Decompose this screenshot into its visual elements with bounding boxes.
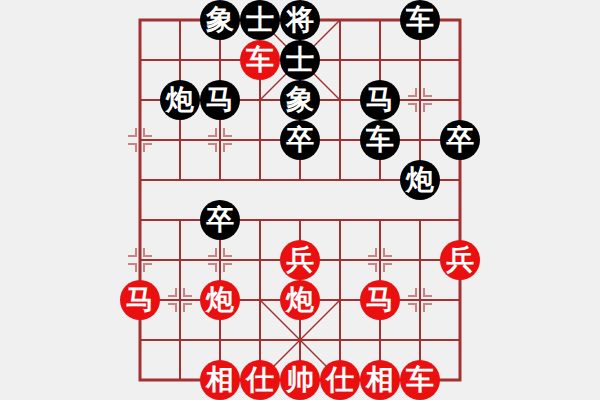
piece-black-general[interactable]: 将 xyxy=(280,0,320,40)
piece-red-cannon[interactable]: 炮 xyxy=(280,280,320,320)
piece-red-chariot[interactable]: 车 xyxy=(240,40,280,80)
piece-black-advisor[interactable]: 士 xyxy=(240,0,280,40)
piece-black-horse[interactable]: 马 xyxy=(200,80,240,120)
piece-black-elephant[interactable]: 象 xyxy=(280,80,320,120)
piece-red-advisor[interactable]: 仕 xyxy=(240,360,280,400)
xiangqi-board: 象士将车士炮马象马卒车卒炮卒车兵兵马炮炮马相仕帅仕相车 xyxy=(0,0,600,400)
piece-red-general[interactable]: 帅 xyxy=(280,360,320,400)
piece-black-cannon[interactable]: 炮 xyxy=(160,80,200,120)
pieces-layer: 象士将车士炮马象马卒车卒炮卒车兵兵马炮炮马相仕帅仕相车 xyxy=(0,0,600,400)
piece-red-elephant[interactable]: 相 xyxy=(200,360,240,400)
piece-red-horse[interactable]: 马 xyxy=(120,280,160,320)
piece-red-advisor[interactable]: 仕 xyxy=(320,360,360,400)
piece-red-chariot[interactable]: 车 xyxy=(400,360,440,400)
piece-black-cannon[interactable]: 炮 xyxy=(400,160,440,200)
piece-red-soldier[interactable]: 兵 xyxy=(280,240,320,280)
piece-black-chariot[interactable]: 车 xyxy=(360,120,400,160)
piece-black-soldier[interactable]: 卒 xyxy=(440,120,480,160)
piece-black-horse[interactable]: 马 xyxy=(360,80,400,120)
piece-black-soldier[interactable]: 卒 xyxy=(200,200,240,240)
piece-black-chariot[interactable]: 车 xyxy=(400,0,440,40)
piece-black-advisor[interactable]: 士 xyxy=(280,40,320,80)
piece-red-soldier[interactable]: 兵 xyxy=(440,240,480,280)
piece-red-horse[interactable]: 马 xyxy=(360,280,400,320)
piece-black-soldier[interactable]: 卒 xyxy=(280,120,320,160)
piece-red-elephant[interactable]: 相 xyxy=(360,360,400,400)
piece-black-elephant[interactable]: 象 xyxy=(200,0,240,40)
piece-red-cannon[interactable]: 炮 xyxy=(200,280,240,320)
